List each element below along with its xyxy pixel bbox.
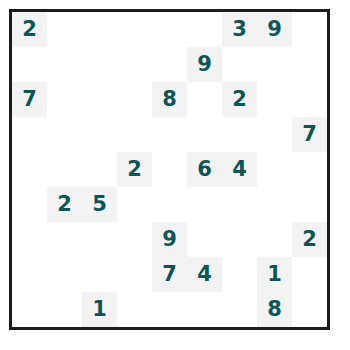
cell-r7c3[interactable] [82,222,119,258]
cell-r3c1[interactable]: 7 [12,82,48,119]
cell-r8c7[interactable] [222,257,258,293]
cell-r3c5[interactable]: 8 [152,82,188,119]
cell-r8c4[interactable] [117,257,153,293]
cell-r5c7[interactable]: 4 [222,152,258,188]
sudoku-board: 23997827264259274118 [9,9,330,330]
cell-r6c3[interactable]: 5 [82,187,119,224]
cell-r1c7[interactable]: 3 [222,12,258,48]
cell-r3c2[interactable] [47,82,83,119]
cell-r1c5[interactable] [152,12,188,48]
cell-r5c4[interactable]: 2 [117,152,153,188]
cell-r3c6[interactable] [187,82,224,119]
cell-r5c1[interactable] [12,152,48,188]
cell-r3c4[interactable] [117,82,153,119]
cell-r7c7[interactable] [222,222,258,258]
cell-r6c4[interactable] [117,187,153,224]
cell-r2c7[interactable] [222,47,258,83]
cell-r8c8[interactable]: 1 [257,257,293,293]
cell-r1c6[interactable] [187,12,224,48]
cell-r3c8[interactable] [257,82,293,119]
cell-r7c5[interactable]: 9 [152,222,188,258]
cell-r3c3[interactable] [82,82,119,119]
cell-r5c3[interactable] [82,152,119,188]
cell-r2c5[interactable] [152,47,188,83]
cell-r2c9[interactable] [292,47,327,83]
cell-r9c4[interactable] [117,292,153,327]
cell-r4c4[interactable] [117,117,153,153]
cell-r4c5[interactable] [152,117,188,153]
cell-r2c3[interactable] [82,47,119,83]
cell-r4c3[interactable] [82,117,119,153]
cell-r5c5[interactable] [152,152,188,188]
cell-r2c4[interactable] [117,47,153,83]
cell-r9c6[interactable] [187,292,224,327]
cell-r7c9[interactable]: 2 [292,222,327,258]
cell-r5c2[interactable] [47,152,83,188]
cell-r1c8[interactable]: 9 [257,12,293,48]
cell-r9c3[interactable]: 1 [82,292,119,327]
cell-r4c2[interactable] [47,117,83,153]
cell-r1c9[interactable] [292,12,327,48]
cell-r8c1[interactable] [12,257,48,293]
page: 23997827264259274118 [0,0,350,350]
cell-r4c7[interactable] [222,117,258,153]
cell-r5c9[interactable] [292,152,327,188]
cell-r9c5[interactable] [152,292,188,327]
cell-r7c8[interactable] [257,222,293,258]
cell-r1c1[interactable]: 2 [12,12,48,48]
cell-r2c8[interactable] [257,47,293,83]
cell-r3c7[interactable]: 2 [222,82,258,119]
cell-r6c9[interactable] [292,187,327,224]
cell-r1c2[interactable] [47,12,83,48]
cell-r4c9[interactable]: 7 [292,117,327,153]
cell-r6c8[interactable] [257,187,293,224]
cell-r3c9[interactable] [292,82,327,119]
cell-r6c7[interactable] [222,187,258,224]
cell-r6c6[interactable] [187,187,224,224]
cell-r8c9[interactable] [292,257,327,293]
cell-r1c3[interactable] [82,12,119,48]
cell-r6c2[interactable]: 2 [47,187,83,224]
cell-r4c1[interactable] [12,117,48,153]
cell-r9c8[interactable]: 8 [257,292,293,327]
cell-r5c8[interactable] [257,152,293,188]
cell-r8c3[interactable] [82,257,119,293]
cell-r8c5[interactable]: 7 [152,257,188,293]
cell-r2c1[interactable] [12,47,48,83]
cell-r7c6[interactable] [187,222,224,258]
cell-r7c1[interactable] [12,222,48,258]
cell-r2c2[interactable] [47,47,83,83]
cell-r1c4[interactable] [117,12,153,48]
cell-r9c9[interactable] [292,292,327,327]
cell-r8c6[interactable]: 4 [187,257,224,293]
cell-r4c6[interactable] [187,117,224,153]
cell-r9c1[interactable] [12,292,48,327]
cell-r4c8[interactable] [257,117,293,153]
cell-r2c6[interactable]: 9 [187,47,224,83]
cell-r5c6[interactable]: 6 [187,152,224,188]
cell-r6c5[interactable] [152,187,188,224]
cell-r6c1[interactable] [12,187,48,224]
cell-r7c4[interactable] [117,222,153,258]
cell-r9c2[interactable] [47,292,83,327]
cell-r8c2[interactable] [47,257,83,293]
cell-r9c7[interactable] [222,292,258,327]
cell-r7c2[interactable] [47,222,83,258]
